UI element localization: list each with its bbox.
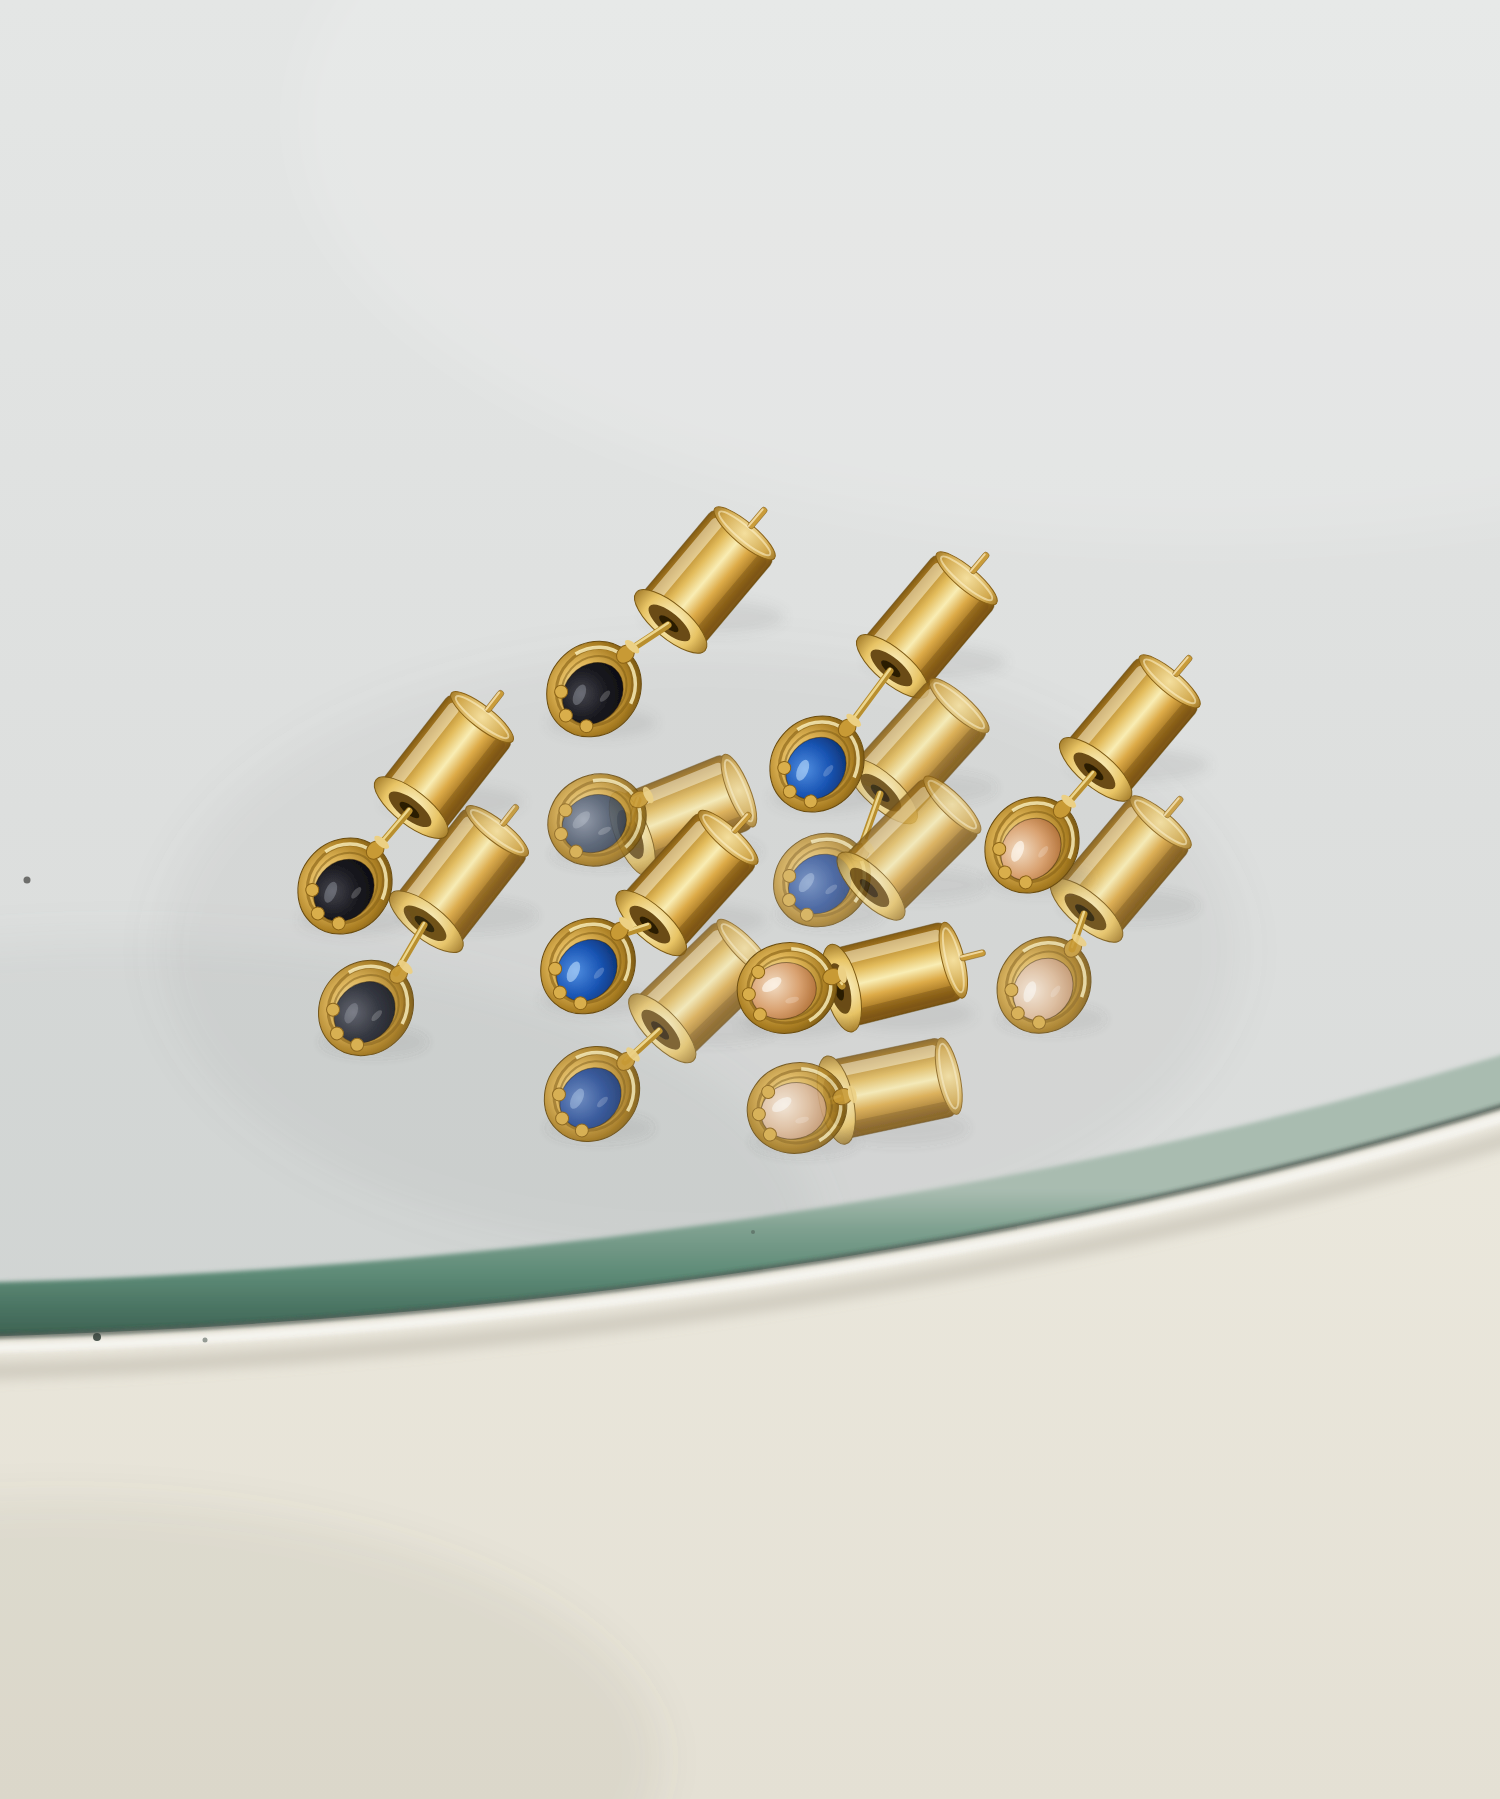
dust-speck [751,1230,755,1234]
photo-earrings-on-mirror [0,0,1500,1799]
dust-speck [93,1333,101,1341]
product-photo-stage [0,0,1500,1799]
dust-speck [24,877,31,884]
dust-speck [203,1338,208,1343]
